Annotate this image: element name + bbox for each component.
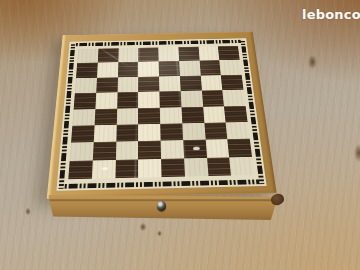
square-a3: [71, 125, 94, 143]
square-c4: [116, 108, 138, 125]
square-e2: [161, 140, 184, 158]
latch-knob: [157, 201, 166, 211]
square-e1: [161, 158, 185, 177]
square-e4: [160, 107, 182, 124]
square-e5: [159, 91, 181, 107]
square-f5: [180, 91, 202, 107]
square-b5: [95, 92, 117, 108]
square-c2: [115, 141, 138, 159]
chess-box-lid: [47, 32, 277, 199]
square-a7: [76, 63, 98, 78]
board-frame: [47, 32, 277, 199]
square-h7: [219, 60, 241, 75]
square-b4: [94, 108, 116, 125]
square-f8: [178, 47, 199, 62]
square-b7: [97, 62, 118, 77]
square-a5: [74, 93, 96, 109]
square-h5: [223, 90, 246, 106]
square-d5: [138, 91, 159, 107]
square-a8: [77, 49, 98, 64]
square-d1: [138, 159, 161, 178]
square-a6: [75, 78, 97, 94]
board-face: [56, 38, 266, 191]
square-g3: [204, 122, 228, 140]
square-c3: [116, 124, 138, 142]
square-g2: [205, 139, 229, 157]
square-c1: [115, 159, 138, 178]
square-d4: [138, 107, 160, 124]
square-g7: [199, 60, 221, 75]
square-g5: [201, 90, 224, 106]
square-d2: [138, 141, 161, 159]
square-f1: [184, 158, 208, 177]
square-d8: [138, 47, 158, 62]
square-c8: [118, 48, 138, 63]
square-h6: [221, 75, 244, 91]
square-e3: [160, 123, 183, 141]
square-h3: [226, 122, 250, 139]
square-h8: [218, 46, 240, 61]
square-f4: [181, 106, 204, 123]
square-f3: [182, 123, 205, 141]
square-c5: [117, 92, 139, 108]
photo-scene: leboncoin: [0, 0, 360, 270]
square-d6: [138, 76, 159, 92]
board-inner-margin: [64, 43, 259, 184]
square-a2: [70, 142, 94, 160]
chess-box: [0, 0, 360, 270]
watermark-leboncoin: leboncoin: [302, 7, 360, 23]
square-h1: [229, 157, 254, 176]
chessboard-grid: [68, 46, 254, 179]
square-d7: [138, 62, 159, 77]
square-d3: [138, 124, 160, 142]
square-g4: [203, 106, 226, 123]
square-f7: [179, 61, 200, 76]
square-f6: [180, 75, 202, 91]
square-b8: [98, 48, 119, 63]
box-front-panel: [45, 192, 279, 222]
square-b1: [92, 160, 116, 179]
square-g1: [207, 157, 232, 176]
square-c6: [117, 77, 138, 93]
square-b6: [96, 77, 118, 93]
square-h4: [224, 105, 247, 122]
square-h2: [228, 139, 253, 157]
square-e6: [159, 76, 180, 92]
square-e7: [159, 61, 180, 76]
square-c7: [118, 62, 139, 77]
square-f2: [183, 140, 207, 158]
square-a4: [72, 109, 95, 126]
square-g8: [198, 46, 219, 61]
square-b3: [93, 125, 116, 143]
square-b2: [93, 142, 116, 160]
square-g6: [200, 75, 222, 91]
inlay-border: [59, 40, 265, 189]
square-e8: [158, 47, 179, 62]
square-a1: [68, 160, 92, 179]
